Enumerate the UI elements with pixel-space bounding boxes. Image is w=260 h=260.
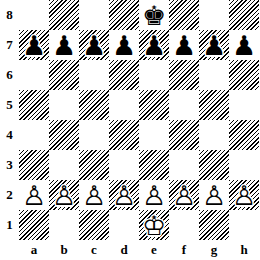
- square-c2[interactable]: ♟♙: [79, 180, 109, 210]
- black-pawn-icon: ♟: [109, 30, 139, 60]
- rank-label-2: 2: [0, 180, 19, 210]
- square-b3[interactable]: [49, 150, 79, 180]
- square-f7[interactable]: ♟: [169, 30, 199, 60]
- black-pawn-icon: ♟: [139, 30, 169, 60]
- square-g8[interactable]: [199, 0, 229, 30]
- black-pawn-icon: ♟: [229, 30, 259, 60]
- square-a4[interactable]: [19, 120, 49, 150]
- square-c8[interactable]: [79, 0, 109, 30]
- square-d1[interactable]: [109, 210, 139, 240]
- black-pawn-icon: ♟: [199, 30, 229, 60]
- square-c1[interactable]: [79, 210, 109, 240]
- square-h8[interactable]: [229, 0, 259, 30]
- rank-label-6: 6: [0, 60, 19, 90]
- rank-label-7: 7: [0, 30, 19, 60]
- square-f8[interactable]: [169, 0, 199, 30]
- chess-board: ♚♟♟♟♟♟♟♟♟♟♙♟♙♟♙♟♙♟♙♟♙♟♙♟♙♚♔: [19, 0, 259, 240]
- square-a6[interactable]: [19, 60, 49, 90]
- square-h5[interactable]: [229, 90, 259, 120]
- square-e3[interactable]: [139, 150, 169, 180]
- file-label-h: h: [229, 240, 259, 260]
- square-f4[interactable]: [169, 120, 199, 150]
- rank-label-3: 3: [0, 150, 19, 180]
- square-g2[interactable]: ♟♙: [199, 180, 229, 210]
- square-a8[interactable]: [19, 0, 49, 30]
- white-pawn-fill-icon: ♟: [139, 180, 169, 210]
- white-pawn-fill-icon: ♟: [49, 180, 79, 210]
- square-f6[interactable]: [169, 60, 199, 90]
- rank-label-1: 1: [0, 210, 19, 240]
- square-h1[interactable]: [229, 210, 259, 240]
- white-pawn-icon: ♙: [169, 180, 199, 210]
- square-g3[interactable]: [199, 150, 229, 180]
- square-e1[interactable]: ♚♔: [139, 210, 169, 240]
- square-c3[interactable]: [79, 150, 109, 180]
- black-pawn-icon: ♟: [169, 30, 199, 60]
- square-h7[interactable]: ♟: [229, 30, 259, 60]
- file-label-g: g: [199, 240, 229, 260]
- square-h4[interactable]: [229, 120, 259, 150]
- file-label-d: d: [109, 240, 139, 260]
- white-pawn-fill-icon: ♟: [19, 180, 49, 210]
- white-pawn-fill-icon: ♟: [109, 180, 139, 210]
- rank-label-5: 5: [0, 90, 19, 120]
- square-e5[interactable]: [139, 90, 169, 120]
- file-labels: abcdefgh: [19, 240, 259, 260]
- black-pawn-icon: ♟: [19, 30, 49, 60]
- white-pawn-fill-icon: ♟: [79, 180, 109, 210]
- square-c4[interactable]: [79, 120, 109, 150]
- black-pawn-icon: ♟: [79, 30, 109, 60]
- square-c7[interactable]: ♟: [79, 30, 109, 60]
- square-d5[interactable]: [109, 90, 139, 120]
- square-f5[interactable]: [169, 90, 199, 120]
- white-pawn-icon: ♙: [139, 180, 169, 210]
- white-pawn-icon: ♙: [19, 180, 49, 210]
- square-a2[interactable]: ♟♙: [19, 180, 49, 210]
- chess-diagram: 87654321 ♚♟♟♟♟♟♟♟♟♟♙♟♙♟♙♟♙♟♙♟♙♟♙♟♙♚♔ abc…: [0, 0, 260, 260]
- square-g4[interactable]: [199, 120, 229, 150]
- rank-label-4: 4: [0, 120, 19, 150]
- square-d4[interactable]: [109, 120, 139, 150]
- square-g6[interactable]: [199, 60, 229, 90]
- square-c6[interactable]: [79, 60, 109, 90]
- square-g7[interactable]: ♟: [199, 30, 229, 60]
- square-b4[interactable]: [49, 120, 79, 150]
- square-e4[interactable]: [139, 120, 169, 150]
- square-b2[interactable]: ♟♙: [49, 180, 79, 210]
- square-b5[interactable]: [49, 90, 79, 120]
- black-pawn-icon: ♟: [49, 30, 79, 60]
- square-h2[interactable]: ♟♙: [229, 180, 259, 210]
- white-pawn-icon: ♙: [199, 180, 229, 210]
- square-b7[interactable]: ♟: [49, 30, 79, 60]
- square-a3[interactable]: [19, 150, 49, 180]
- square-a1[interactable]: [19, 210, 49, 240]
- file-label-f: f: [169, 240, 199, 260]
- white-pawn-icon: ♙: [109, 180, 139, 210]
- square-e8[interactable]: ♚: [139, 0, 169, 30]
- square-e7[interactable]: ♟: [139, 30, 169, 60]
- white-king-fill-icon: ♚: [139, 210, 169, 240]
- square-g1[interactable]: [199, 210, 229, 240]
- square-d7[interactable]: ♟: [109, 30, 139, 60]
- square-g5[interactable]: [199, 90, 229, 120]
- square-d2[interactable]: ♟♙: [109, 180, 139, 210]
- square-h3[interactable]: [229, 150, 259, 180]
- rank-labels: 87654321: [0, 0, 19, 240]
- square-e6[interactable]: [139, 60, 169, 90]
- square-b6[interactable]: [49, 60, 79, 90]
- square-d8[interactable]: [109, 0, 139, 30]
- square-c5[interactable]: [79, 90, 109, 120]
- white-pawn-icon: ♙: [79, 180, 109, 210]
- square-h6[interactable]: [229, 60, 259, 90]
- square-e2[interactable]: ♟♙: [139, 180, 169, 210]
- white-pawn-fill-icon: ♟: [169, 180, 199, 210]
- file-label-e: e: [139, 240, 169, 260]
- white-pawn-icon: ♙: [229, 180, 259, 210]
- rank-label-8: 8: [0, 0, 19, 30]
- square-a7[interactable]: ♟: [19, 30, 49, 60]
- file-label-c: c: [79, 240, 109, 260]
- file-label-b: b: [49, 240, 79, 260]
- file-label-a: a: [19, 240, 49, 260]
- square-f2[interactable]: ♟♙: [169, 180, 199, 210]
- square-d6[interactable]: [109, 60, 139, 90]
- white-pawn-fill-icon: ♟: [229, 180, 259, 210]
- square-d3[interactable]: [109, 150, 139, 180]
- square-b1[interactable]: [49, 210, 79, 240]
- square-f1[interactable]: [169, 210, 199, 240]
- white-pawn-icon: ♙: [49, 180, 79, 210]
- white-pawn-fill-icon: ♟: [199, 180, 229, 210]
- black-king-icon: ♚: [139, 0, 169, 30]
- square-f3[interactable]: [169, 150, 199, 180]
- square-a5[interactable]: [19, 90, 49, 120]
- white-king-icon: ♔: [139, 210, 169, 240]
- square-b8[interactable]: [49, 0, 79, 30]
